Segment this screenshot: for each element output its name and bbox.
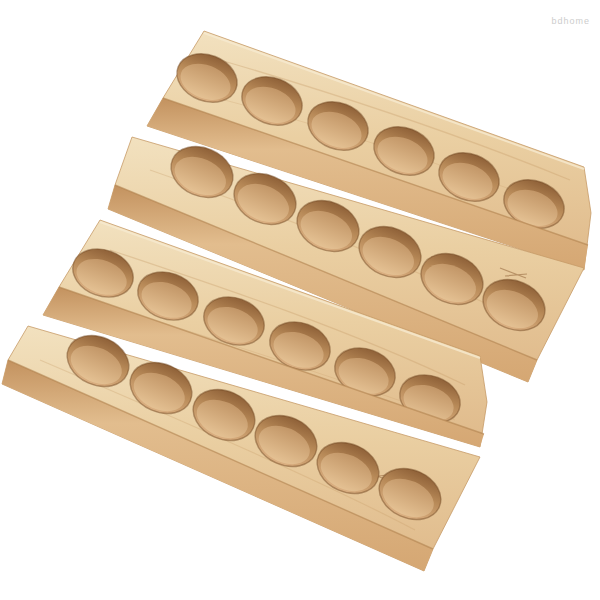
wooden-racks-illustration: [0, 0, 600, 600]
watermark-text: bdhome: [551, 16, 590, 26]
product-photo-stage: bdhome: [0, 0, 600, 600]
